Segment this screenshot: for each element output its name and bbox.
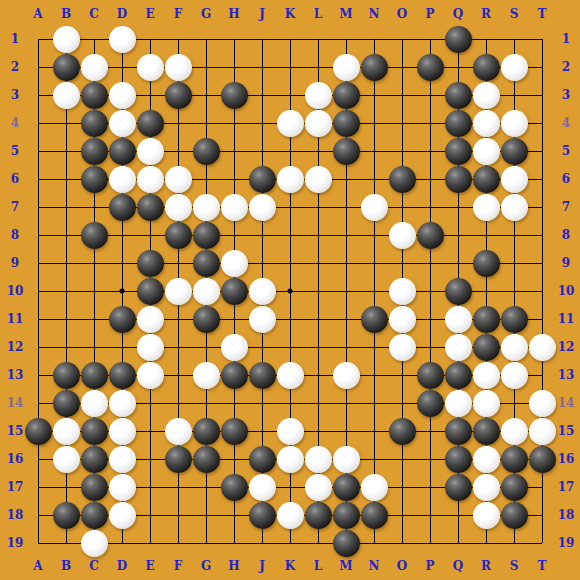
stone-black-E7[interactable] [137, 194, 164, 221]
stone-white-K15[interactable] [277, 418, 304, 445]
stone-black-G9[interactable] [193, 250, 220, 277]
stone-black-P13[interactable] [417, 362, 444, 389]
stone-black-Q15[interactable] [445, 418, 472, 445]
stone-white-E2[interactable] [137, 54, 164, 81]
coord-left-19[interactable]: 19 [7, 537, 24, 549]
stone-white-O8[interactable] [389, 222, 416, 249]
stone-white-N7[interactable] [361, 194, 388, 221]
coord-bottom-T[interactable]: T [538, 560, 547, 572]
coord-top-G[interactable]: G [201, 8, 211, 20]
stone-black-R11[interactable] [473, 306, 500, 333]
stone-white-O12[interactable] [389, 334, 416, 361]
coord-right-3[interactable]: 3 [562, 89, 570, 101]
stone-white-J11[interactable] [249, 306, 276, 333]
stone-white-D6[interactable] [109, 166, 136, 193]
stone-black-G11[interactable] [193, 306, 220, 333]
stone-black-R12[interactable] [473, 334, 500, 361]
coord-right-15[interactable]: 15 [558, 425, 575, 437]
stone-black-S18[interactable] [501, 502, 528, 529]
stone-black-D13[interactable] [109, 362, 136, 389]
coord-bottom-R[interactable]: R [481, 560, 491, 572]
coord-right-10[interactable]: 10 [558, 285, 575, 297]
stone-white-F6[interactable] [165, 166, 192, 193]
stone-white-J10[interactable] [249, 278, 276, 305]
stone-white-E5[interactable] [137, 138, 164, 165]
coord-left-12[interactable]: 12 [7, 341, 24, 353]
coord-bottom-D[interactable]: D [117, 560, 127, 572]
coord-right-16[interactable]: 16 [558, 453, 575, 465]
stone-white-C14[interactable] [81, 390, 108, 417]
coord-left-3[interactable]: 3 [11, 89, 19, 101]
stone-black-C4[interactable] [81, 110, 108, 137]
coord-left-16[interactable]: 16 [7, 453, 24, 465]
go-board[interactable]: AABBCCDDEEFFGGHHJJKKLLMMNNOOPPQQRRSSTT11… [0, 0, 580, 580]
stone-white-R14[interactable] [473, 390, 500, 417]
coord-top-O[interactable]: O [397, 8, 407, 20]
stone-black-Q1[interactable] [445, 26, 472, 53]
coord-left-18[interactable]: 18 [7, 509, 24, 521]
stone-black-Q3[interactable] [445, 82, 472, 109]
stone-black-C16[interactable] [81, 446, 108, 473]
stone-black-J6[interactable] [249, 166, 276, 193]
stone-black-C6[interactable] [81, 166, 108, 193]
coord-top-K[interactable]: K [285, 8, 295, 20]
coord-top-N[interactable]: N [369, 8, 380, 20]
stone-white-D18[interactable] [109, 502, 136, 529]
stone-black-Q5[interactable] [445, 138, 472, 165]
stone-black-E9[interactable] [137, 250, 164, 277]
stone-white-T12[interactable] [529, 334, 556, 361]
stone-black-M18[interactable] [333, 502, 360, 529]
stone-white-C19[interactable] [81, 530, 108, 557]
stone-white-M2[interactable] [333, 54, 360, 81]
stone-black-O15[interactable] [389, 418, 416, 445]
stone-black-L18[interactable] [305, 502, 332, 529]
stone-white-D14[interactable] [109, 390, 136, 417]
stone-white-K13[interactable] [277, 362, 304, 389]
stone-black-R15[interactable] [473, 418, 500, 445]
coord-top-M[interactable]: M [339, 8, 352, 20]
stone-white-S13[interactable] [501, 362, 528, 389]
stone-black-P2[interactable] [417, 54, 444, 81]
stone-white-G7[interactable] [193, 194, 220, 221]
stone-white-G13[interactable] [193, 362, 220, 389]
stone-black-B2[interactable] [53, 54, 80, 81]
stone-black-S17[interactable] [501, 474, 528, 501]
stone-white-D3[interactable] [109, 82, 136, 109]
coord-left-7[interactable]: 7 [11, 201, 19, 213]
stone-black-E4[interactable] [137, 110, 164, 137]
coord-left-6[interactable]: 6 [11, 173, 19, 185]
stone-white-T15[interactable] [529, 418, 556, 445]
stone-white-R5[interactable] [473, 138, 500, 165]
coord-bottom-C[interactable]: C [89, 560, 99, 572]
stone-white-B1[interactable] [53, 26, 80, 53]
coord-left-5[interactable]: 5 [11, 145, 19, 157]
stone-black-C15[interactable] [81, 418, 108, 445]
coord-right-8[interactable]: 8 [562, 229, 570, 241]
stone-black-P8[interactable] [417, 222, 444, 249]
stone-white-O11[interactable] [389, 306, 416, 333]
stone-white-Q12[interactable] [445, 334, 472, 361]
coord-right-2[interactable]: 2 [562, 61, 570, 73]
stone-white-E13[interactable] [137, 362, 164, 389]
stone-white-F10[interactable] [165, 278, 192, 305]
stone-white-R7[interactable] [473, 194, 500, 221]
coord-bottom-O[interactable]: O [397, 560, 407, 572]
coord-left-1[interactable]: 1 [11, 33, 19, 45]
stone-black-G15[interactable] [193, 418, 220, 445]
coord-right-6[interactable]: 6 [562, 173, 570, 185]
coord-top-F[interactable]: F [174, 8, 183, 20]
coord-bottom-M[interactable]: M [339, 560, 352, 572]
stone-white-M13[interactable] [333, 362, 360, 389]
stone-black-H15[interactable] [221, 418, 248, 445]
stone-black-H17[interactable] [221, 474, 248, 501]
stone-black-G5[interactable] [193, 138, 220, 165]
stone-white-R13[interactable] [473, 362, 500, 389]
coord-top-B[interactable]: B [61, 8, 71, 20]
coord-bottom-A[interactable]: A [33, 560, 42, 572]
stone-black-B14[interactable] [53, 390, 80, 417]
stone-black-F8[interactable] [165, 222, 192, 249]
stone-white-S2[interactable] [501, 54, 528, 81]
stone-black-T16[interactable] [529, 446, 556, 473]
stone-black-M4[interactable] [333, 110, 360, 137]
coord-top-E[interactable]: E [145, 8, 154, 20]
stone-black-J18[interactable] [249, 502, 276, 529]
coord-left-14[interactable]: 14 [7, 397, 24, 409]
stone-white-D16[interactable] [109, 446, 136, 473]
stone-black-B18[interactable] [53, 502, 80, 529]
stone-black-S11[interactable] [501, 306, 528, 333]
stone-white-E11[interactable] [137, 306, 164, 333]
coord-top-R[interactable]: R [481, 8, 491, 20]
stone-white-S7[interactable] [501, 194, 528, 221]
coord-bottom-N[interactable]: N [369, 560, 380, 572]
coord-top-S[interactable]: S [510, 8, 519, 20]
coord-bottom-J[interactable]: J [259, 560, 265, 572]
stone-black-D11[interactable] [109, 306, 136, 333]
coord-left-9[interactable]: 9 [11, 257, 19, 269]
stone-white-F15[interactable] [165, 418, 192, 445]
stone-black-Q6[interactable] [445, 166, 472, 193]
stone-black-M5[interactable] [333, 138, 360, 165]
stone-black-B13[interactable] [53, 362, 80, 389]
coord-bottom-K[interactable]: K [285, 560, 295, 572]
stone-black-R9[interactable] [473, 250, 500, 277]
stone-black-G16[interactable] [193, 446, 220, 473]
stone-black-C18[interactable] [81, 502, 108, 529]
stone-black-C5[interactable] [81, 138, 108, 165]
stone-white-L3[interactable] [305, 82, 332, 109]
stone-white-R3[interactable] [473, 82, 500, 109]
stone-black-Q17[interactable] [445, 474, 472, 501]
stone-white-L4[interactable] [305, 110, 332, 137]
stone-black-H3[interactable] [221, 82, 248, 109]
stone-white-L6[interactable] [305, 166, 332, 193]
stone-white-C2[interactable] [81, 54, 108, 81]
coord-right-1[interactable]: 1 [562, 33, 570, 45]
coord-left-4[interactable]: 4 [11, 117, 19, 129]
stone-black-H13[interactable] [221, 362, 248, 389]
stone-black-C17[interactable] [81, 474, 108, 501]
coord-right-9[interactable]: 9 [562, 257, 570, 269]
stone-white-K6[interactable] [277, 166, 304, 193]
stone-black-O6[interactable] [389, 166, 416, 193]
stone-white-J17[interactable] [249, 474, 276, 501]
stone-white-D17[interactable] [109, 474, 136, 501]
stone-white-R16[interactable] [473, 446, 500, 473]
stone-white-E6[interactable] [137, 166, 164, 193]
stone-white-H9[interactable] [221, 250, 248, 277]
coord-right-13[interactable]: 13 [558, 369, 575, 381]
stone-white-H7[interactable] [221, 194, 248, 221]
stone-white-S12[interactable] [501, 334, 528, 361]
stone-white-K4[interactable] [277, 110, 304, 137]
stone-black-M17[interactable] [333, 474, 360, 501]
stone-black-Q13[interactable] [445, 362, 472, 389]
stone-white-T14[interactable] [529, 390, 556, 417]
stone-white-R17[interactable] [473, 474, 500, 501]
coord-left-11[interactable]: 11 [7, 313, 24, 325]
stone-black-J16[interactable] [249, 446, 276, 473]
coord-left-8[interactable]: 8 [11, 229, 19, 241]
coord-top-A[interactable]: A [33, 8, 42, 20]
stone-white-Q14[interactable] [445, 390, 472, 417]
coord-top-H[interactable]: H [228, 8, 239, 20]
coord-top-C[interactable]: C [89, 8, 99, 20]
coord-bottom-H[interactable]: H [228, 560, 239, 572]
stone-white-L17[interactable] [305, 474, 332, 501]
stone-white-H12[interactable] [221, 334, 248, 361]
stone-black-J13[interactable] [249, 362, 276, 389]
stone-white-R18[interactable] [473, 502, 500, 529]
coord-right-7[interactable]: 7 [562, 201, 570, 213]
stone-white-S4[interactable] [501, 110, 528, 137]
stone-white-M16[interactable] [333, 446, 360, 473]
coord-bottom-L[interactable]: L [314, 560, 322, 572]
stone-black-C13[interactable] [81, 362, 108, 389]
stone-black-M3[interactable] [333, 82, 360, 109]
stone-white-J7[interactable] [249, 194, 276, 221]
stone-black-Q4[interactable] [445, 110, 472, 137]
stone-black-S5[interactable] [501, 138, 528, 165]
coord-top-J[interactable]: J [259, 8, 265, 20]
coord-left-13[interactable]: 13 [7, 369, 24, 381]
stone-white-O10[interactable] [389, 278, 416, 305]
star-point-D10 [120, 289, 125, 294]
coord-bottom-E[interactable]: E [145, 560, 154, 572]
stone-black-M19[interactable] [333, 530, 360, 557]
stone-black-F3[interactable] [165, 82, 192, 109]
coord-top-Q[interactable]: Q [453, 8, 463, 20]
coord-left-10[interactable]: 10 [7, 285, 24, 297]
stone-white-Q11[interactable] [445, 306, 472, 333]
stone-white-B3[interactable] [53, 82, 80, 109]
stone-white-K18[interactable] [277, 502, 304, 529]
stone-black-C8[interactable] [81, 222, 108, 249]
coord-top-L[interactable]: L [314, 8, 322, 20]
stone-black-P14[interactable] [417, 390, 444, 417]
coord-left-17[interactable]: 17 [7, 481, 24, 493]
stone-white-L16[interactable] [305, 446, 332, 473]
stone-black-C3[interactable] [81, 82, 108, 109]
coord-right-18[interactable]: 18 [558, 509, 575, 521]
coord-bottom-G[interactable]: G [201, 560, 211, 572]
coord-left-2[interactable]: 2 [11, 61, 19, 73]
coord-bottom-B[interactable]: B [61, 560, 71, 572]
stone-white-B15[interactable] [53, 418, 80, 445]
stone-black-R2[interactable] [473, 54, 500, 81]
coord-right-17[interactable]: 17 [558, 481, 575, 493]
stone-black-D7[interactable] [109, 194, 136, 221]
coord-top-D[interactable]: D [117, 8, 127, 20]
coord-right-4[interactable]: 4 [562, 117, 570, 129]
stone-white-S6[interactable] [501, 166, 528, 193]
stone-white-S15[interactable] [501, 418, 528, 445]
coord-right-19[interactable]: 19 [558, 537, 575, 549]
coord-right-11[interactable]: 11 [558, 313, 575, 325]
stone-white-D15[interactable] [109, 418, 136, 445]
coord-bottom-P[interactable]: P [425, 560, 434, 572]
coord-bottom-Q[interactable]: Q [453, 560, 463, 572]
stone-black-S16[interactable] [501, 446, 528, 473]
coord-right-12[interactable]: 12 [558, 341, 575, 353]
stone-black-H10[interactable] [221, 278, 248, 305]
stone-black-F16[interactable] [165, 446, 192, 473]
stone-black-Q10[interactable] [445, 278, 472, 305]
stone-white-N17[interactable] [361, 474, 388, 501]
stone-black-N18[interactable] [361, 502, 388, 529]
stone-black-G8[interactable] [193, 222, 220, 249]
coord-top-P[interactable]: P [425, 8, 434, 20]
coord-bottom-F[interactable]: F [174, 560, 183, 572]
coord-top-T[interactable]: T [538, 8, 547, 20]
stone-black-R6[interactable] [473, 166, 500, 193]
stone-black-D5[interactable] [109, 138, 136, 165]
stone-black-N2[interactable] [361, 54, 388, 81]
stone-white-D1[interactable] [109, 26, 136, 53]
coord-left-15[interactable]: 15 [7, 425, 24, 437]
stone-black-Q16[interactable] [445, 446, 472, 473]
stone-white-K16[interactable] [277, 446, 304, 473]
coord-right-5[interactable]: 5 [562, 145, 570, 157]
stone-white-B16[interactable] [53, 446, 80, 473]
coord-right-14[interactable]: 14 [558, 397, 575, 409]
star-point-K10 [288, 289, 293, 294]
stone-white-F2[interactable] [165, 54, 192, 81]
coord-bottom-S[interactable]: S [510, 560, 519, 572]
stone-white-F7[interactable] [165, 194, 192, 221]
stone-black-N11[interactable] [361, 306, 388, 333]
stone-black-A15[interactable] [25, 418, 52, 445]
stone-black-E10[interactable] [137, 278, 164, 305]
stone-white-R4[interactable] [473, 110, 500, 137]
stone-white-E12[interactable] [137, 334, 164, 361]
stone-white-G10[interactable] [193, 278, 220, 305]
stone-white-D4[interactable] [109, 110, 136, 137]
